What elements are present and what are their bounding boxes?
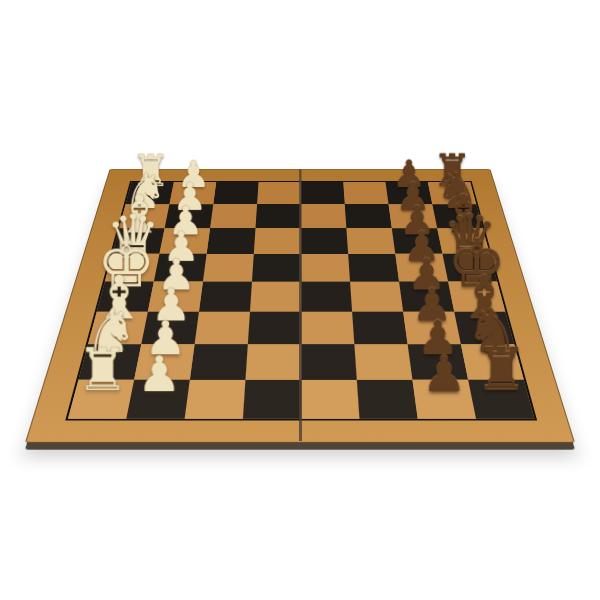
- piece-black-pawn[interactable]: ♟: [422, 350, 466, 399]
- square-g3[interactable]: [190, 344, 248, 380]
- square-f5[interactable]: [301, 312, 354, 345]
- square-h8[interactable]: ♜: [468, 380, 534, 419]
- piece-white-pawn[interactable]: ♟: [137, 350, 181, 399]
- square-f4[interactable]: [248, 312, 301, 345]
- square-h6[interactable]: [357, 380, 418, 419]
- square-g6[interactable]: [354, 344, 412, 380]
- piece-white-rook[interactable]: ♜: [76, 341, 128, 399]
- square-c5[interactable]: [301, 228, 348, 254]
- chessboard[interactable]: ♜♟♟♜♞♟♟♞♝♟♟♝♛♟♟♛♚♟♟♚♝♟♟♝♞♟♟♞♜♟♟♜: [25, 169, 575, 443]
- square-a5[interactable]: [301, 182, 345, 204]
- square-f6[interactable]: [352, 312, 408, 345]
- square-e5[interactable]: [301, 282, 352, 312]
- square-e6[interactable]: [350, 282, 403, 312]
- square-b3[interactable]: [210, 204, 257, 228]
- square-c3[interactable]: [207, 228, 256, 254]
- square-h3[interactable]: [185, 380, 246, 419]
- square-e3[interactable]: [199, 282, 252, 312]
- square-d3[interactable]: [203, 254, 254, 282]
- square-h5[interactable]: [301, 380, 359, 419]
- scene: ♜♟♟♜♞♟♟♞♝♟♟♝♛♟♟♛♚♟♟♚♝♟♟♝♞♟♟♞♜♟♟♜: [0, 0, 600, 600]
- square-a4[interactable]: [257, 182, 301, 204]
- square-d6[interactable]: [348, 254, 399, 282]
- square-c4[interactable]: [254, 228, 301, 254]
- square-h1[interactable]: ♜: [68, 380, 134, 419]
- square-a3[interactable]: [213, 182, 258, 204]
- square-f3[interactable]: [195, 312, 250, 345]
- square-b5[interactable]: [301, 204, 346, 228]
- square-b4[interactable]: [255, 204, 300, 228]
- square-d5[interactable]: [301, 254, 350, 282]
- square-h7[interactable]: ♟: [412, 380, 476, 419]
- square-c6[interactable]: [346, 228, 395, 254]
- square-e4[interactable]: [250, 282, 301, 312]
- square-g4[interactable]: [245, 344, 301, 380]
- square-a6[interactable]: [343, 182, 388, 204]
- square-h4[interactable]: [243, 380, 301, 419]
- square-b6[interactable]: [345, 204, 392, 228]
- square-g5[interactable]: [301, 344, 357, 380]
- square-h2[interactable]: ♟: [126, 380, 189, 419]
- piece-black-rook[interactable]: ♜: [474, 341, 526, 399]
- fold-seam: [298, 169, 302, 441]
- square-d4[interactable]: [252, 254, 301, 282]
